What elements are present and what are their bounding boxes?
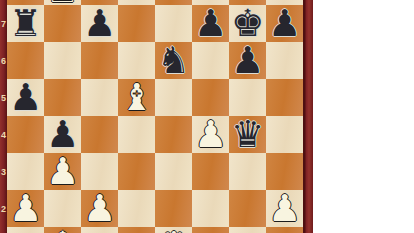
square-b4[interactable]: ♟ (44, 116, 81, 153)
chess-diagram: ♜♜♟♟♚♟♞♟♟♝♟♟♛♟♟♟♟♚♛ 765432 (0, 0, 414, 233)
square-e6[interactable]: ♞ (155, 42, 192, 79)
square-f6[interactable] (192, 42, 229, 79)
chess-board: ♜♜♟♟♚♟♞♟♟♝♟♟♛♟♟♟♟♚♛ (7, 0, 303, 233)
square-g1[interactable] (229, 227, 266, 233)
piece-white-queen-e1[interactable]: ♛ (155, 227, 192, 233)
piece-black-pawn-b4[interactable]: ♟ (44, 116, 81, 153)
square-d7[interactable] (118, 5, 155, 42)
rank-label-6: 6 (0, 56, 7, 66)
piece-white-pawn-b3[interactable]: ♟ (44, 153, 81, 190)
square-h7[interactable]: ♟ (266, 5, 303, 42)
square-a4[interactable] (7, 116, 44, 153)
square-c4[interactable] (81, 116, 118, 153)
square-f1[interactable] (192, 227, 229, 233)
square-g4[interactable]: ♛ (229, 116, 266, 153)
square-b3[interactable]: ♟ (44, 153, 81, 190)
square-f2[interactable] (192, 190, 229, 227)
piece-white-pawn-c2[interactable]: ♟ (81, 190, 118, 227)
square-d3[interactable] (118, 153, 155, 190)
piece-black-pawn-c7[interactable]: ♟ (81, 5, 118, 42)
square-a2[interactable]: ♟ (7, 190, 44, 227)
board-frame-right (303, 0, 313, 233)
square-c1[interactable] (81, 227, 118, 233)
square-a5[interactable]: ♟ (7, 79, 44, 116)
square-b1[interactable]: ♚ (44, 227, 81, 233)
piece-black-pawn-f7[interactable]: ♟ (192, 5, 229, 42)
board-frame-left (0, 0, 7, 233)
piece-black-queen-g4[interactable]: ♛ (229, 116, 266, 153)
square-g5[interactable] (229, 79, 266, 116)
piece-white-pawn-a2[interactable]: ♟ (7, 190, 44, 227)
square-e7[interactable] (155, 5, 192, 42)
piece-white-bishop-d5[interactable]: ♝ (118, 79, 155, 116)
piece-white-pawn-f4[interactable]: ♟ (192, 116, 229, 153)
square-b5[interactable] (44, 79, 81, 116)
square-b2[interactable] (44, 190, 81, 227)
square-g2[interactable] (229, 190, 266, 227)
piece-black-knight-e6[interactable]: ♞ (155, 42, 192, 79)
piece-white-king-b1[interactable]: ♚ (44, 227, 81, 233)
square-h6[interactable] (266, 42, 303, 79)
piece-black-pawn-h7[interactable]: ♟ (266, 5, 303, 42)
piece-black-pawn-g6[interactable]: ♟ (229, 42, 266, 79)
square-h5[interactable] (266, 79, 303, 116)
rank-label-4: 4 (0, 130, 7, 140)
square-c5[interactable] (81, 79, 118, 116)
square-a6[interactable] (7, 42, 44, 79)
piece-white-pawn-h2[interactable]: ♟ (266, 190, 303, 227)
square-h3[interactable] (266, 153, 303, 190)
square-a7[interactable]: ♜ (7, 5, 44, 42)
piece-black-rook-a7[interactable]: ♜ (7, 5, 44, 42)
square-d6[interactable] (118, 42, 155, 79)
square-b6[interactable] (44, 42, 81, 79)
square-h1[interactable] (266, 227, 303, 233)
square-f7[interactable]: ♟ (192, 5, 229, 42)
square-c7[interactable]: ♟ (81, 5, 118, 42)
square-d4[interactable] (118, 116, 155, 153)
square-c6[interactable] (81, 42, 118, 79)
square-c2[interactable]: ♟ (81, 190, 118, 227)
piece-black-pawn-a5[interactable]: ♟ (7, 79, 44, 116)
square-h2[interactable]: ♟ (266, 190, 303, 227)
square-e2[interactable] (155, 190, 192, 227)
rank-label-7: 7 (0, 19, 7, 29)
square-e3[interactable] (155, 153, 192, 190)
piece-black-king-g7[interactable]: ♚ (229, 5, 266, 42)
square-a3[interactable] (7, 153, 44, 190)
square-d2[interactable] (118, 190, 155, 227)
square-g3[interactable] (229, 153, 266, 190)
square-f4[interactable]: ♟ (192, 116, 229, 153)
square-b7[interactable] (44, 5, 81, 42)
rank-label-3: 3 (0, 167, 7, 177)
square-f3[interactable] (192, 153, 229, 190)
square-d5[interactable]: ♝ (118, 79, 155, 116)
square-h4[interactable] (266, 116, 303, 153)
square-e5[interactable] (155, 79, 192, 116)
rank-label-2: 2 (0, 204, 7, 214)
square-a1[interactable] (7, 227, 44, 233)
square-g6[interactable]: ♟ (229, 42, 266, 79)
square-g7[interactable]: ♚ (229, 5, 266, 42)
square-e1[interactable]: ♛ (155, 227, 192, 233)
square-f5[interactable] (192, 79, 229, 116)
rank-label-5: 5 (0, 93, 7, 103)
square-d1[interactable] (118, 227, 155, 233)
square-c3[interactable] (81, 153, 118, 190)
square-e4[interactable] (155, 116, 192, 153)
